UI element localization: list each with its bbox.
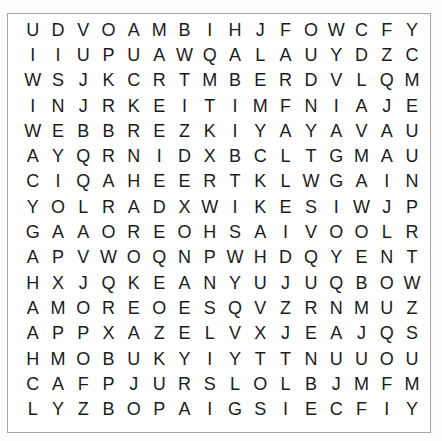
- grid-cell[interactable]: A: [349, 93, 374, 118]
- grid-cell[interactable]: U: [399, 143, 424, 168]
- grid-cell[interactable]: J: [121, 371, 146, 396]
- grid-cell[interactable]: U: [374, 295, 399, 320]
- grid-cell[interactable]: I: [273, 219, 298, 244]
- grid-cell[interactable]: R: [121, 118, 146, 143]
- grid-cell[interactable]: Y: [222, 346, 247, 371]
- grid-cell[interactable]: W: [324, 17, 349, 42]
- grid-cell[interactable]: Z: [273, 295, 298, 320]
- grid-cell[interactable]: I: [20, 42, 45, 67]
- grid-cell[interactable]: M: [349, 143, 374, 168]
- grid-cell[interactable]: A: [273, 42, 298, 67]
- grid-cell[interactable]: U: [121, 346, 146, 371]
- grid-cell[interactable]: W: [96, 245, 121, 270]
- grid-cell[interactable]: L: [273, 371, 298, 396]
- grid-cell[interactable]: T: [273, 346, 298, 371]
- grid-cell[interactable]: B: [96, 118, 121, 143]
- grid-cell[interactable]: U: [248, 270, 273, 295]
- grid-cell[interactable]: Q: [324, 270, 349, 295]
- grid-cell[interactable]: U: [399, 118, 424, 143]
- grid-cell[interactable]: S: [197, 295, 222, 320]
- grid-cell[interactable]: A: [71, 219, 96, 244]
- grid-cell[interactable]: O: [298, 17, 323, 42]
- grid-cell[interactable]: B: [172, 17, 197, 42]
- grid-cell[interactable]: H: [197, 219, 222, 244]
- grid-cell[interactable]: T: [399, 245, 424, 270]
- grid-cell[interactable]: H: [222, 17, 247, 42]
- grid-cell[interactable]: I: [146, 143, 171, 168]
- grid-cell[interactable]: N: [121, 143, 146, 168]
- grid-cell[interactable]: A: [172, 270, 197, 295]
- grid-cell[interactable]: J: [349, 321, 374, 346]
- grid-cell[interactable]: U: [298, 42, 323, 67]
- grid-cell[interactable]: U: [121, 42, 146, 67]
- grid-cell[interactable]: D: [298, 68, 323, 93]
- grid-cell[interactable]: O: [121, 396, 146, 421]
- grid-cell[interactable]: A: [121, 17, 146, 42]
- grid-cell[interactable]: O: [146, 295, 171, 320]
- grid-cell[interactable]: U: [71, 42, 96, 67]
- grid-cell[interactable]: T: [197, 93, 222, 118]
- grid-cell[interactable]: A: [374, 143, 399, 168]
- grid-cell[interactable]: K: [146, 346, 171, 371]
- grid-cell[interactable]: S: [298, 194, 323, 219]
- grid-cell[interactable]: I: [20, 93, 45, 118]
- letter-grid: UDVOAMBIHJFOWCFYIIUPUAWQALAUYDZCWSJKCRTM…: [20, 17, 425, 422]
- grid-cell[interactable]: G: [20, 219, 45, 244]
- grid-cell[interactable]: C: [349, 17, 374, 42]
- grid-cell[interactable]: Q: [374, 68, 399, 93]
- grid-cell[interactable]: K: [121, 270, 146, 295]
- grid-cell[interactable]: V: [71, 17, 96, 42]
- grid-cell[interactable]: J: [71, 93, 96, 118]
- grid-cell[interactable]: R: [96, 295, 121, 320]
- grid-cell[interactable]: I: [197, 346, 222, 371]
- grid-cell[interactable]: Y: [399, 17, 424, 42]
- grid-cell[interactable]: E: [172, 295, 197, 320]
- grid-cell[interactable]: V: [248, 295, 273, 320]
- grid-cell[interactable]: O: [96, 17, 121, 42]
- grid-cell[interactable]: F: [71, 371, 96, 396]
- grid-cell[interactable]: Y: [45, 143, 70, 168]
- grid-cell[interactable]: W: [172, 42, 197, 67]
- grid-cell[interactable]: E: [146, 270, 171, 295]
- grid-cell[interactable]: N: [399, 169, 424, 194]
- grid-cell[interactable]: A: [20, 143, 45, 168]
- grid-cell[interactable]: A: [273, 118, 298, 143]
- grid-cell[interactable]: J: [71, 270, 96, 295]
- grid-cell[interactable]: L: [374, 219, 399, 244]
- grid-cell[interactable]: M: [45, 295, 70, 320]
- grid-cell[interactable]: S: [222, 219, 247, 244]
- grid-cell[interactable]: Q: [298, 245, 323, 270]
- grid-cell[interactable]: Z: [374, 42, 399, 67]
- grid-cell[interactable]: U: [324, 346, 349, 371]
- grid-cell[interactable]: O: [349, 219, 374, 244]
- grid-cell[interactable]: F: [349, 396, 374, 421]
- grid-cell[interactable]: E: [146, 169, 171, 194]
- grid-cell[interactable]: Y: [20, 194, 45, 219]
- grid-cell[interactable]: A: [121, 194, 146, 219]
- grid-cell[interactable]: X: [172, 194, 197, 219]
- grid-cell[interactable]: C: [248, 143, 273, 168]
- grid-cell[interactable]: P: [146, 396, 171, 421]
- grid-cell[interactable]: O: [45, 194, 70, 219]
- grid-cell[interactable]: W: [349, 194, 374, 219]
- grid-cell[interactable]: F: [374, 371, 399, 396]
- word-search-board: UDVOAMBIHJFOWCFYIIUPUAWQALAUYDZCWSJKCRTM…: [7, 13, 431, 433]
- grid-cell[interactable]: D: [172, 143, 197, 168]
- grid-cell[interactable]: A: [96, 169, 121, 194]
- grid-cell[interactable]: A: [20, 295, 45, 320]
- grid-cell[interactable]: I: [197, 396, 222, 421]
- grid-cell[interactable]: M: [45, 346, 70, 371]
- grid-cell[interactable]: J: [273, 321, 298, 346]
- grid-cell[interactable]: Q: [222, 295, 247, 320]
- grid-cell[interactable]: M: [399, 68, 424, 93]
- grid-cell[interactable]: E: [172, 321, 197, 346]
- grid-cell[interactable]: P: [96, 371, 121, 396]
- grid-cell[interactable]: L: [197, 321, 222, 346]
- grid-cell[interactable]: I: [324, 194, 349, 219]
- grid-cell[interactable]: U: [298, 270, 323, 295]
- grid-cell[interactable]: E: [146, 118, 171, 143]
- grid-cell[interactable]: E: [298, 321, 323, 346]
- grid-cell[interactable]: Q: [71, 169, 96, 194]
- grid-cell[interactable]: E: [172, 169, 197, 194]
- grid-cell[interactable]: V: [324, 68, 349, 93]
- grid-cell[interactable]: O: [172, 219, 197, 244]
- grid-cell[interactable]: M: [349, 371, 374, 396]
- grid-cell[interactable]: Y: [45, 396, 70, 421]
- grid-cell[interactable]: N: [172, 245, 197, 270]
- grid-cell[interactable]: G: [222, 396, 247, 421]
- grid-cell[interactable]: A: [374, 118, 399, 143]
- grid-cell[interactable]: B: [222, 143, 247, 168]
- grid-cell[interactable]: A: [20, 321, 45, 346]
- grid-cell[interactable]: D: [146, 194, 171, 219]
- grid-cell[interactable]: O: [121, 245, 146, 270]
- grid-cell[interactable]: K: [248, 169, 273, 194]
- grid-cell[interactable]: Y: [298, 118, 323, 143]
- grid-cell[interactable]: A: [20, 245, 45, 270]
- grid-cell[interactable]: E: [273, 194, 298, 219]
- grid-cell[interactable]: K: [248, 194, 273, 219]
- grid-cell[interactable]: K: [96, 68, 121, 93]
- grid-cell[interactable]: P: [197, 245, 222, 270]
- grid-cell[interactable]: J: [273, 270, 298, 295]
- grid-cell[interactable]: I: [273, 396, 298, 421]
- grid-cell[interactable]: Q: [71, 143, 96, 168]
- grid-cell[interactable]: D: [349, 42, 374, 67]
- grid-cell[interactable]: Y: [399, 396, 424, 421]
- grid-cell[interactable]: A: [324, 118, 349, 143]
- grid-cell[interactable]: J: [374, 194, 399, 219]
- grid-cell[interactable]: O: [248, 371, 273, 396]
- grid-cell[interactable]: X: [96, 321, 121, 346]
- grid-cell[interactable]: R: [146, 68, 171, 93]
- grid-cell[interactable]: C: [399, 42, 424, 67]
- grid-cell[interactable]: E: [399, 93, 424, 118]
- grid-cell[interactable]: E: [146, 219, 171, 244]
- grid-cell[interactable]: S: [399, 321, 424, 346]
- grid-cell[interactable]: B: [71, 118, 96, 143]
- grid-cell[interactable]: Q: [146, 245, 171, 270]
- grid-cell[interactable]: E: [146, 93, 171, 118]
- grid-cell[interactable]: E: [349, 245, 374, 270]
- grid-cell[interactable]: H: [20, 346, 45, 371]
- grid-cell[interactable]: T: [172, 68, 197, 93]
- grid-cell[interactable]: B: [222, 68, 247, 93]
- grid-cell[interactable]: I: [222, 118, 247, 143]
- grid-cell[interactable]: W: [298, 169, 323, 194]
- grid-cell[interactable]: O: [324, 219, 349, 244]
- grid-cell[interactable]: C: [20, 371, 45, 396]
- grid-cell[interactable]: H: [248, 245, 273, 270]
- grid-cell[interactable]: P: [45, 321, 70, 346]
- grid-cell[interactable]: H: [20, 270, 45, 295]
- grid-cell[interactable]: V: [71, 245, 96, 270]
- grid-cell[interactable]: Z: [172, 118, 197, 143]
- grid-cell[interactable]: B: [349, 270, 374, 295]
- grid-cell[interactable]: S: [248, 396, 273, 421]
- grid-cell[interactable]: U: [349, 346, 374, 371]
- grid-cell[interactable]: S: [45, 68, 70, 93]
- grid-cell[interactable]: P: [71, 321, 96, 346]
- grid-cell[interactable]: M: [197, 68, 222, 93]
- grid-cell[interactable]: Q: [374, 321, 399, 346]
- grid-cell[interactable]: Q: [197, 42, 222, 67]
- grid-cell[interactable]: E: [45, 118, 70, 143]
- grid-cell[interactable]: R: [399, 219, 424, 244]
- grid-cell[interactable]: J: [71, 68, 96, 93]
- grid-cell[interactable]: L: [349, 68, 374, 93]
- grid-cell[interactable]: R: [96, 143, 121, 168]
- grid-cell[interactable]: W: [20, 118, 45, 143]
- grid-cell[interactable]: I: [222, 194, 247, 219]
- grid-cell[interactable]: I: [45, 169, 70, 194]
- grid-cell[interactable]: C: [20, 169, 45, 194]
- grid-cell[interactable]: C: [121, 68, 146, 93]
- grid-cell[interactable]: Y: [248, 118, 273, 143]
- grid-cell[interactable]: T: [248, 346, 273, 371]
- grid-cell[interactable]: O: [374, 346, 399, 371]
- grid-cell[interactable]: X: [248, 321, 273, 346]
- grid-cell[interactable]: I: [197, 17, 222, 42]
- grid-cell[interactable]: Q: [96, 270, 121, 295]
- grid-cell[interactable]: L: [273, 143, 298, 168]
- grid-cell[interactable]: I: [374, 396, 399, 421]
- grid-cell[interactable]: Y: [324, 245, 349, 270]
- grid-cell[interactable]: E: [121, 295, 146, 320]
- grid-cell[interactable]: M: [248, 93, 273, 118]
- grid-cell[interactable]: N: [324, 295, 349, 320]
- grid-cell[interactable]: Z: [146, 321, 171, 346]
- grid-cell[interactable]: O: [71, 295, 96, 320]
- grid-cell[interactable]: A: [349, 169, 374, 194]
- grid-cell[interactable]: I: [324, 93, 349, 118]
- grid-cell[interactable]: X: [45, 270, 70, 295]
- grid-cell[interactable]: O: [96, 219, 121, 244]
- grid-cell[interactable]: N: [298, 93, 323, 118]
- grid-cell[interactable]: I: [222, 93, 247, 118]
- grid-cell[interactable]: U: [146, 371, 171, 396]
- grid-cell[interactable]: R: [121, 219, 146, 244]
- grid-cell[interactable]: R: [96, 194, 121, 219]
- grid-cell[interactable]: J: [248, 17, 273, 42]
- grid-cell[interactable]: Y: [222, 270, 247, 295]
- grid-cell[interactable]: S: [197, 371, 222, 396]
- grid-cell[interactable]: E: [248, 68, 273, 93]
- grid-cell[interactable]: Z: [71, 396, 96, 421]
- grid-cell[interactable]: P: [45, 245, 70, 270]
- grid-cell[interactable]: A: [248, 219, 273, 244]
- grid-cell[interactable]: G: [324, 169, 349, 194]
- grid-cell[interactable]: T: [298, 143, 323, 168]
- grid-cell[interactable]: A: [121, 321, 146, 346]
- grid-cell[interactable]: I: [374, 169, 399, 194]
- grid-cell[interactable]: L: [71, 194, 96, 219]
- grid-cell[interactable]: Y: [324, 42, 349, 67]
- grid-cell[interactable]: A: [45, 219, 70, 244]
- grid-cell[interactable]: D: [273, 245, 298, 270]
- grid-cell[interactable]: D: [45, 17, 70, 42]
- grid-cell[interactable]: N: [374, 245, 399, 270]
- grid-cell[interactable]: R: [298, 295, 323, 320]
- grid-cell[interactable]: L: [248, 42, 273, 67]
- grid-cell[interactable]: G: [324, 143, 349, 168]
- grid-cell[interactable]: T: [222, 169, 247, 194]
- grid-cell[interactable]: R: [197, 169, 222, 194]
- grid-cell[interactable]: W: [197, 194, 222, 219]
- grid-cell[interactable]: J: [324, 371, 349, 396]
- grid-cell[interactable]: U: [399, 346, 424, 371]
- grid-cell[interactable]: P: [399, 194, 424, 219]
- grid-cell[interactable]: B: [298, 371, 323, 396]
- grid-cell[interactable]: P: [96, 42, 121, 67]
- grid-cell[interactable]: K: [121, 93, 146, 118]
- grid-cell[interactable]: A: [172, 396, 197, 421]
- grid-cell[interactable]: F: [374, 17, 399, 42]
- grid-cell[interactable]: V: [298, 219, 323, 244]
- grid-cell[interactable]: O: [71, 346, 96, 371]
- grid-cell[interactable]: W: [20, 68, 45, 93]
- grid-cell[interactable]: A: [324, 321, 349, 346]
- grid-cell[interactable]: A: [146, 42, 171, 67]
- grid-cell[interactable]: A: [222, 42, 247, 67]
- grid-cell[interactable]: V: [349, 118, 374, 143]
- grid-cell[interactable]: O: [374, 270, 399, 295]
- grid-cell[interactable]: R: [273, 68, 298, 93]
- grid-cell[interactable]: N: [298, 346, 323, 371]
- grid-cell[interactable]: I: [172, 93, 197, 118]
- grid-cell[interactable]: L: [20, 396, 45, 421]
- grid-cell[interactable]: M: [399, 371, 424, 396]
- grid-cell[interactable]: R: [172, 371, 197, 396]
- grid-cell[interactable]: N: [197, 270, 222, 295]
- grid-cell[interactable]: J: [374, 93, 399, 118]
- grid-cell[interactable]: F: [273, 93, 298, 118]
- grid-cell[interactable]: M: [349, 295, 374, 320]
- grid-cell[interactable]: W: [222, 245, 247, 270]
- grid-cell[interactable]: C: [324, 396, 349, 421]
- grid-cell[interactable]: K: [197, 118, 222, 143]
- grid-cell[interactable]: F: [273, 17, 298, 42]
- grid-cell[interactable]: Y: [172, 346, 197, 371]
- grid-cell[interactable]: X: [197, 143, 222, 168]
- grid-cell[interactable]: U: [20, 17, 45, 42]
- grid-cell[interactable]: R: [96, 93, 121, 118]
- grid-cell[interactable]: I: [45, 42, 70, 67]
- grid-cell[interactable]: E: [298, 396, 323, 421]
- grid-cell[interactable]: A: [45, 371, 70, 396]
- grid-cell[interactable]: H: [121, 169, 146, 194]
- grid-cell[interactable]: Z: [399, 295, 424, 320]
- grid-cell[interactable]: V: [222, 321, 247, 346]
- grid-cell[interactable]: W: [399, 270, 424, 295]
- grid-cell[interactable]: L: [273, 169, 298, 194]
- grid-cell[interactable]: M: [146, 17, 171, 42]
- grid-cell[interactable]: N: [45, 93, 70, 118]
- grid-cell[interactable]: L: [222, 371, 247, 396]
- grid-cell[interactable]: B: [96, 346, 121, 371]
- grid-cell[interactable]: B: [96, 396, 121, 421]
